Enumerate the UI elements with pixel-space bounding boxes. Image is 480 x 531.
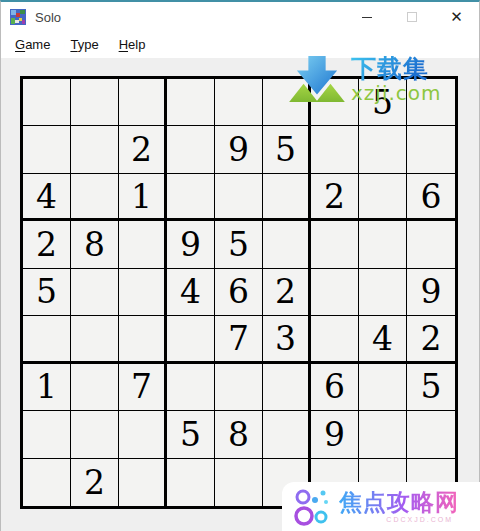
cell-r8c1[interactable] — [23, 411, 71, 458]
cell-r6c3[interactable] — [119, 316, 167, 363]
cell-r2c9[interactable] — [407, 126, 455, 173]
cell-r5c5[interactable]: 6 — [215, 269, 263, 316]
title-bar: Solo ✕ — [1, 2, 479, 32]
cell-r3c1[interactable]: 4 — [23, 174, 71, 221]
cell-r9c1[interactable] — [23, 459, 71, 506]
cell-r7c1[interactable]: 1 — [23, 364, 71, 411]
menu-type[interactable]: Type — [64, 34, 104, 56]
minimize-icon — [362, 17, 372, 18]
window-controls: ✕ — [344, 2, 479, 32]
cell-r6c2[interactable] — [71, 316, 119, 363]
maximize-button[interactable] — [389, 2, 434, 32]
cell-r9c2[interactable]: 2 — [71, 459, 119, 506]
close-button[interactable]: ✕ — [434, 2, 479, 32]
cell-r5c3[interactable] — [119, 269, 167, 316]
cell-r4c5[interactable]: 5 — [215, 221, 263, 268]
menu-bar: Game Type Help — [1, 32, 479, 58]
cell-r3c8[interactable] — [359, 174, 407, 221]
cell-r5c4[interactable]: 4 — [167, 269, 215, 316]
app-window: Solo ✕ Game Type Help 529541262895546297… — [0, 0, 480, 531]
cell-r7c3[interactable]: 7 — [119, 364, 167, 411]
cell-r8c3[interactable] — [119, 411, 167, 458]
cell-r2c3[interactable]: 2 — [119, 126, 167, 173]
cell-r7c8[interactable] — [359, 364, 407, 411]
menu-type-accel: T — [70, 37, 77, 52]
cell-r7c7[interactable]: 6 — [311, 364, 359, 411]
puzzle-area: 52954126289554629734217655892 — [1, 58, 479, 531]
cell-r8c6[interactable] — [263, 411, 311, 458]
cell-r4c2[interactable]: 8 — [71, 221, 119, 268]
cell-r5c9[interactable]: 9 — [407, 269, 455, 316]
cell-r5c6[interactable]: 2 — [263, 269, 311, 316]
cell-r8c5[interactable]: 8 — [215, 411, 263, 458]
cell-r3c6[interactable] — [263, 174, 311, 221]
cell-r8c2[interactable] — [71, 411, 119, 458]
menu-help[interactable]: Help — [113, 34, 152, 56]
cell-r6c9[interactable]: 2 — [407, 316, 455, 363]
cell-r4c3[interactable] — [119, 221, 167, 268]
cell-r2c2[interactable] — [71, 126, 119, 173]
cell-r4c1[interactable]: 2 — [23, 221, 71, 268]
cell-r6c8[interactable]: 4 — [359, 316, 407, 363]
cell-r1c1[interactable] — [23, 79, 71, 126]
maximize-icon — [407, 12, 417, 22]
cell-r2c8[interactable] — [359, 126, 407, 173]
watermark-bottom-domain: CDCXJD.COM — [386, 516, 453, 523]
cell-r8c9[interactable] — [407, 411, 455, 458]
window-title: Solo — [35, 10, 61, 25]
cell-r6c4[interactable] — [167, 316, 215, 363]
cell-r1c8[interactable]: 5 — [359, 79, 407, 126]
app-icon — [10, 9, 26, 25]
cell-r1c2[interactable] — [71, 79, 119, 126]
cell-r9c6[interactable] — [263, 459, 311, 506]
cell-r1c3[interactable] — [119, 79, 167, 126]
menu-game-accel: G — [15, 37, 25, 52]
cell-r7c2[interactable] — [71, 364, 119, 411]
cell-r4c9[interactable] — [407, 221, 455, 268]
cell-r4c4[interactable]: 9 — [167, 221, 215, 268]
cell-r3c5[interactable] — [215, 174, 263, 221]
cell-r9c4[interactable] — [167, 459, 215, 506]
cell-r2c5[interactable]: 9 — [215, 126, 263, 173]
cell-r5c7[interactable] — [311, 269, 359, 316]
cell-r7c6[interactable] — [263, 364, 311, 411]
cell-r7c9[interactable]: 5 — [407, 364, 455, 411]
menu-help-rest: elp — [128, 37, 145, 52]
menu-help-accel: H — [119, 37, 128, 52]
cell-r3c4[interactable] — [167, 174, 215, 221]
menu-type-rest: ype — [78, 37, 99, 52]
cell-r7c5[interactable] — [215, 364, 263, 411]
cell-r6c5[interactable]: 7 — [215, 316, 263, 363]
cell-r9c5[interactable] — [215, 459, 263, 506]
cell-r9c3[interactable] — [119, 459, 167, 506]
cell-r8c7[interactable]: 9 — [311, 411, 359, 458]
cell-r3c3[interactable]: 1 — [119, 174, 167, 221]
cell-r2c6[interactable]: 5 — [263, 126, 311, 173]
menu-game-rest: ame — [25, 37, 50, 52]
cell-r3c7[interactable]: 2 — [311, 174, 359, 221]
cell-r2c7[interactable] — [311, 126, 359, 173]
cell-r6c1[interactable] — [23, 316, 71, 363]
cell-r1c9[interactable] — [407, 79, 455, 126]
cell-r5c2[interactable] — [71, 269, 119, 316]
cell-r1c4[interactable] — [167, 79, 215, 126]
cell-r6c7[interactable] — [311, 316, 359, 363]
cell-r8c4[interactable]: 5 — [167, 411, 215, 458]
minimize-button[interactable] — [344, 2, 389, 32]
cell-r4c7[interactable] — [311, 221, 359, 268]
cell-r2c4[interactable] — [167, 126, 215, 173]
cell-r9c9[interactable] — [407, 459, 455, 506]
cell-r3c9[interactable]: 6 — [407, 174, 455, 221]
cell-r2c1[interactable] — [23, 126, 71, 173]
cell-r1c6[interactable] — [263, 79, 311, 126]
cell-r4c8[interactable] — [359, 221, 407, 268]
cell-r5c1[interactable]: 5 — [23, 269, 71, 316]
cell-r9c7[interactable] — [311, 459, 359, 506]
cell-r4c6[interactable] — [263, 221, 311, 268]
cell-r8c8[interactable] — [359, 411, 407, 458]
cell-r6c6[interactable]: 3 — [263, 316, 311, 363]
sudoku-board: 52954126289554629734217655892 — [20, 76, 458, 509]
cell-r9c8[interactable] — [359, 459, 407, 506]
cell-r3c2[interactable] — [71, 174, 119, 221]
cell-r1c7[interactable] — [311, 79, 359, 126]
cell-r7c4[interactable] — [167, 364, 215, 411]
cell-r1c5[interactable] — [215, 79, 263, 126]
cell-r5c8[interactable] — [359, 269, 407, 316]
menu-game[interactable]: Game — [9, 34, 56, 56]
